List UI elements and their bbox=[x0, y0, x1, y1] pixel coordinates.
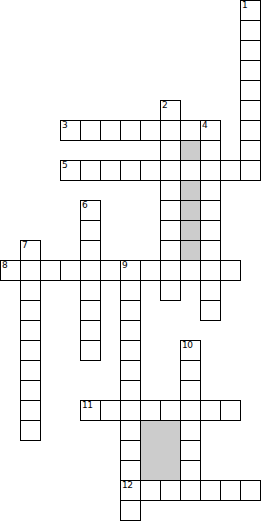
grid-cell[interactable] bbox=[240, 20, 261, 41]
grid-cell[interactable]: 10 bbox=[180, 340, 201, 361]
grid-cell[interactable] bbox=[160, 240, 181, 261]
grid-cell[interactable] bbox=[80, 240, 101, 261]
grid-cell[interactable]: 12 bbox=[120, 480, 141, 501]
picture-block bbox=[140, 420, 181, 481]
grid-cell[interactable] bbox=[120, 340, 141, 361]
grid-cell[interactable]: 5 bbox=[60, 160, 81, 181]
grid-cell[interactable] bbox=[240, 80, 261, 101]
grid-cell[interactable] bbox=[120, 280, 141, 301]
grid-cell[interactable] bbox=[100, 260, 121, 281]
grid-cell[interactable] bbox=[140, 120, 161, 141]
clue-number: 1 bbox=[242, 1, 247, 10]
grid-cell[interactable] bbox=[120, 160, 141, 181]
grid-cell[interactable] bbox=[200, 200, 221, 221]
solution-cell[interactable] bbox=[180, 200, 201, 221]
clue-number: 2 bbox=[162, 101, 167, 110]
clue-number: 6 bbox=[82, 201, 87, 210]
grid-cell[interactable]: 2 bbox=[160, 100, 181, 121]
crossword-board: 123456789101112 bbox=[0, 0, 261, 521]
grid-cell[interactable] bbox=[240, 60, 261, 81]
grid-cell[interactable] bbox=[120, 420, 141, 441]
grid-cell[interactable] bbox=[80, 160, 101, 181]
grid-cell[interactable] bbox=[240, 480, 261, 501]
grid-cell[interactable] bbox=[200, 140, 221, 161]
grid-cell[interactable]: 8 bbox=[0, 260, 21, 281]
grid-cell[interactable] bbox=[160, 200, 181, 221]
grid-cell[interactable] bbox=[20, 360, 41, 381]
grid-cell[interactable] bbox=[20, 340, 41, 361]
clue-number: 8 bbox=[2, 261, 7, 270]
grid-cell[interactable] bbox=[120, 120, 141, 141]
grid-cell[interactable] bbox=[200, 160, 221, 181]
grid-cell[interactable] bbox=[20, 320, 41, 341]
grid-cell[interactable] bbox=[120, 320, 141, 341]
grid-cell[interactable]: 9 bbox=[120, 260, 141, 281]
grid-cell[interactable] bbox=[100, 160, 121, 181]
grid-cell[interactable] bbox=[240, 120, 261, 141]
grid-cell[interactable] bbox=[60, 260, 81, 281]
grid-cell[interactable] bbox=[20, 400, 41, 421]
grid-cell[interactable]: 6 bbox=[80, 200, 101, 221]
grid-cell[interactable] bbox=[220, 160, 241, 181]
clue-number: 4 bbox=[202, 121, 207, 130]
grid-cell[interactable] bbox=[100, 400, 121, 421]
grid-cell[interactable] bbox=[200, 260, 221, 281]
clue-number: 9 bbox=[122, 261, 127, 270]
grid-cell[interactable] bbox=[200, 480, 221, 501]
grid-cell[interactable] bbox=[120, 440, 141, 461]
grid-cell[interactable] bbox=[160, 140, 181, 161]
grid-cell[interactable] bbox=[80, 340, 101, 361]
grid-cell[interactable] bbox=[80, 260, 101, 281]
grid-cell[interactable] bbox=[80, 320, 101, 341]
grid-cell[interactable] bbox=[180, 260, 201, 281]
grid-cell[interactable] bbox=[160, 120, 181, 141]
grid-cell[interactable]: 3 bbox=[60, 120, 81, 141]
grid-cell[interactable] bbox=[220, 400, 241, 421]
grid-cell[interactable] bbox=[160, 260, 181, 281]
grid-cell[interactable] bbox=[80, 120, 101, 141]
grid-cell[interactable] bbox=[40, 260, 61, 281]
clue-number: 12 bbox=[122, 481, 132, 490]
grid-cell[interactable]: 1 bbox=[240, 0, 261, 21]
solution-cell[interactable] bbox=[180, 220, 201, 241]
grid-cell[interactable] bbox=[80, 300, 101, 321]
grid-cell[interactable] bbox=[120, 400, 141, 421]
grid-cell[interactable] bbox=[180, 460, 201, 481]
grid-cell[interactable] bbox=[160, 160, 181, 181]
solution-cell[interactable] bbox=[180, 140, 201, 161]
grid-cell[interactable] bbox=[140, 480, 161, 501]
grid-cell[interactable] bbox=[80, 280, 101, 301]
grid-cell[interactable] bbox=[100, 120, 121, 141]
grid-cell[interactable] bbox=[20, 300, 41, 321]
grid-cell[interactable] bbox=[240, 100, 261, 121]
solution-cell[interactable] bbox=[180, 240, 201, 261]
grid-cell[interactable] bbox=[180, 400, 201, 421]
grid-cell[interactable]: 7 bbox=[20, 240, 41, 261]
grid-cell[interactable] bbox=[120, 500, 141, 521]
grid-cell[interactable] bbox=[180, 420, 201, 441]
grid-cell[interactable] bbox=[220, 260, 241, 281]
grid-cell[interactable] bbox=[180, 120, 201, 141]
grid-cell[interactable] bbox=[180, 380, 201, 401]
grid-cell[interactable] bbox=[180, 480, 201, 501]
grid-cell[interactable] bbox=[220, 480, 241, 501]
grid-cell[interactable]: 11 bbox=[80, 400, 101, 421]
grid-cell[interactable] bbox=[180, 160, 201, 181]
grid-cell[interactable] bbox=[120, 300, 141, 321]
grid-cell[interactable] bbox=[140, 260, 161, 281]
grid-cell[interactable] bbox=[240, 40, 261, 61]
grid-cell[interactable] bbox=[20, 280, 41, 301]
grid-cell[interactable] bbox=[180, 440, 201, 461]
grid-cell[interactable] bbox=[160, 220, 181, 241]
grid-cell[interactable] bbox=[200, 280, 221, 301]
grid-cell[interactable]: 4 bbox=[200, 120, 221, 141]
grid-cell[interactable] bbox=[160, 400, 181, 421]
grid-cell[interactable] bbox=[20, 380, 41, 401]
grid-cell[interactable] bbox=[200, 300, 221, 321]
grid-cell[interactable] bbox=[140, 160, 161, 181]
clue-number: 3 bbox=[62, 121, 67, 130]
clue-number: 5 bbox=[62, 161, 67, 170]
grid-cell[interactable] bbox=[160, 280, 181, 301]
grid-cell[interactable] bbox=[20, 260, 41, 281]
grid-cell[interactable] bbox=[160, 180, 181, 201]
grid-cell[interactable] bbox=[240, 160, 261, 181]
clue-number: 11 bbox=[82, 401, 92, 410]
grid-cell[interactable] bbox=[180, 360, 201, 381]
grid-cell[interactable] bbox=[120, 380, 141, 401]
grid-cell[interactable] bbox=[200, 180, 221, 201]
clue-number: 7 bbox=[22, 241, 27, 250]
grid-cell[interactable] bbox=[80, 220, 101, 241]
grid-cell[interactable] bbox=[240, 140, 261, 161]
solution-cell[interactable] bbox=[180, 180, 201, 201]
clue-number: 10 bbox=[182, 341, 192, 350]
grid-cell[interactable] bbox=[120, 360, 141, 381]
grid-cell[interactable] bbox=[200, 220, 221, 241]
grid-cell[interactable] bbox=[160, 480, 181, 501]
grid-cell[interactable] bbox=[200, 400, 221, 421]
grid-cell[interactable] bbox=[140, 400, 161, 421]
grid-cell[interactable] bbox=[200, 240, 221, 261]
grid-cell[interactable] bbox=[20, 420, 41, 441]
grid-cell[interactable] bbox=[120, 460, 141, 481]
